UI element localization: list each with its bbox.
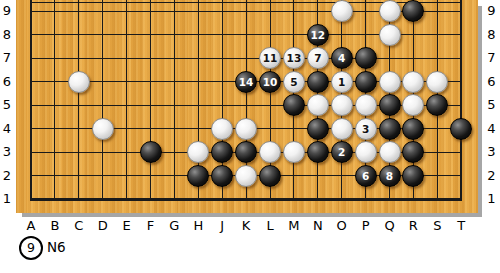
stone-black-M5	[283, 94, 305, 116]
go-diagram: 121113741410513268 9 N6 9988776655443322…	[0, 0, 500, 273]
caption-move-stone-white: 9	[19, 236, 43, 260]
stone-white-Q9	[379, 0, 401, 22]
col-label-C: C	[70, 219, 88, 233]
row-label-right-9: 9	[484, 4, 499, 18]
stone-white-D4	[92, 118, 114, 140]
caption-location: N6	[47, 239, 66, 255]
stone-white-K2	[235, 165, 257, 187]
stone-white-Q8	[379, 24, 401, 46]
row-label-right-4: 4	[484, 122, 499, 136]
stone-black-N8: 12	[307, 24, 329, 46]
stone-black-R3	[402, 141, 424, 163]
row-label-left-1: 1	[0, 192, 14, 206]
stone-black-P7	[355, 47, 377, 69]
row-label-right-7: 7	[484, 51, 499, 65]
stone-white-O5	[331, 94, 353, 116]
stone-white-O4	[331, 118, 353, 140]
col-label-B: B	[46, 219, 64, 233]
stone-white-C6	[68, 71, 90, 93]
row-label-left-5: 5	[0, 98, 14, 112]
col-label-D: D	[94, 219, 112, 233]
stone-white-R5	[402, 94, 424, 116]
stone-white-O6: 1	[331, 71, 353, 93]
col-label-G: G	[165, 219, 183, 233]
stone-black-R9	[402, 0, 424, 22]
stone-black-K3	[235, 141, 257, 163]
grid-line-v-F	[150, 0, 151, 201]
stone-white-N5	[307, 94, 329, 116]
row-label-left-7: 7	[0, 51, 14, 65]
col-label-N: N	[309, 219, 327, 233]
stone-black-N4	[307, 118, 329, 140]
stone-black-Q5	[379, 94, 401, 116]
stone-white-O9	[331, 0, 353, 22]
stone-black-N6	[307, 71, 329, 93]
stone-black-L6: 10	[259, 71, 281, 93]
col-label-E: E	[118, 219, 136, 233]
col-label-H: H	[189, 219, 207, 233]
row-label-left-8: 8	[0, 28, 14, 42]
col-label-S: S	[428, 219, 446, 233]
grid-line-v-C	[78, 0, 79, 201]
col-label-M: M	[285, 219, 303, 233]
stone-black-R4	[402, 118, 424, 140]
go-board[interactable]: 121113741410513268	[16, 0, 478, 213]
stone-white-Q6	[379, 71, 401, 93]
grid-line-v-D	[102, 0, 103, 201]
grid-line-v-T	[460, 0, 462, 201]
col-label-R: R	[404, 219, 422, 233]
col-label-L: L	[261, 219, 279, 233]
stone-white-M6: 5	[283, 71, 305, 93]
stone-white-N7: 7	[307, 47, 329, 69]
stone-white-P4: 3	[355, 118, 377, 140]
stone-white-Q3	[379, 141, 401, 163]
stone-black-S5	[426, 94, 448, 116]
stone-black-L2	[259, 165, 281, 187]
row-label-right-1: 1	[484, 192, 499, 206]
grid-line-v-B	[54, 0, 55, 201]
stone-black-F3	[140, 141, 162, 163]
grid-line-v-A	[30, 0, 32, 201]
col-label-J: J	[213, 219, 231, 233]
row-label-left-4: 4	[0, 122, 14, 136]
stone-white-S6	[426, 71, 448, 93]
stone-black-R2	[402, 165, 424, 187]
col-label-P: P	[357, 219, 375, 233]
row-label-left-2: 2	[0, 169, 14, 183]
stone-black-Q2: 8	[379, 165, 401, 187]
stone-black-J2	[211, 165, 233, 187]
grid-line-h-7	[30, 58, 462, 59]
row-label-left-9: 9	[0, 4, 14, 18]
stone-white-L7: 11	[259, 47, 281, 69]
col-label-A: A	[22, 219, 40, 233]
stone-black-O7: 4	[331, 47, 353, 69]
stone-white-R6	[402, 71, 424, 93]
row-label-left-3: 3	[0, 145, 14, 159]
stone-white-M7: 13	[283, 47, 305, 69]
col-label-Q: Q	[381, 219, 399, 233]
stone-black-Q4	[379, 118, 401, 140]
col-label-O: O	[333, 219, 351, 233]
stone-black-J3	[211, 141, 233, 163]
caption-move-number: 9	[27, 240, 35, 255]
row-label-right-3: 3	[484, 145, 499, 159]
grid-line-h-1	[30, 198, 462, 201]
stone-black-T4	[450, 118, 472, 140]
row-label-left-6: 6	[0, 75, 14, 89]
stone-black-H2	[187, 165, 209, 187]
row-label-right-8: 8	[484, 28, 499, 42]
stone-black-O3: 2	[331, 141, 353, 163]
stone-black-P2: 6	[355, 165, 377, 187]
col-label-K: K	[237, 219, 255, 233]
grid-line-v-G	[174, 0, 175, 201]
row-label-right-5: 5	[484, 98, 499, 112]
stone-black-P6	[355, 71, 377, 93]
grid-line-v-E	[126, 0, 127, 201]
stone-white-K4	[235, 118, 257, 140]
col-label-F: F	[142, 219, 160, 233]
stone-black-K6: 14	[235, 71, 257, 93]
stone-white-M3	[283, 141, 305, 163]
stone-black-N3	[307, 141, 329, 163]
row-label-right-6: 6	[484, 75, 499, 89]
stone-white-L3	[259, 141, 281, 163]
row-label-right-2: 2	[484, 169, 499, 183]
stone-white-H3	[187, 141, 209, 163]
col-label-T: T	[452, 219, 470, 233]
stone-white-P5	[355, 94, 377, 116]
stone-white-J4	[211, 118, 233, 140]
stone-white-P3	[355, 141, 377, 163]
